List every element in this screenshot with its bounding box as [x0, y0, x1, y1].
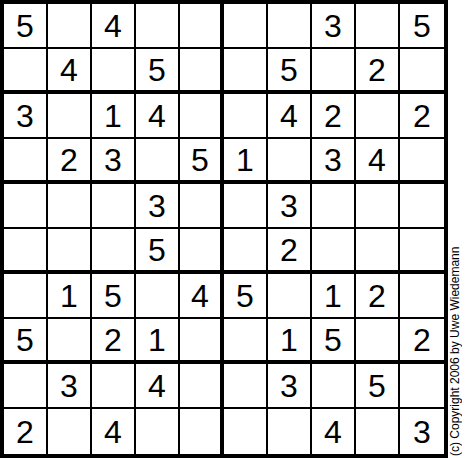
cell-r2c5[interactable]	[180, 49, 224, 94]
cell-r9c1[interactable]	[4, 364, 48, 409]
cell-r1c9[interactable]	[356, 4, 400, 49]
cell-r3c4: 4	[136, 94, 180, 139]
cell-r8c7: 1	[268, 319, 312, 364]
cell-r1c6[interactable]	[224, 4, 268, 49]
cell-r5c3[interactable]	[92, 184, 136, 229]
copyright-text: (c) Copyright 2006 by Uwe Wiedemann	[448, 0, 468, 458]
cell-r8c1: 5	[4, 319, 48, 364]
cell-r3c1: 3	[4, 94, 48, 139]
cell-r1c7[interactable]	[268, 4, 312, 49]
cell-r7c8: 1	[312, 274, 356, 319]
cell-r7c7[interactable]	[268, 274, 312, 319]
cell-r1c2[interactable]	[48, 4, 92, 49]
cell-r7c6: 5	[224, 274, 268, 319]
cell-r9c8[interactable]	[312, 364, 356, 409]
cell-r6c10[interactable]	[400, 229, 444, 274]
cell-r9c9: 5	[356, 364, 400, 409]
cell-r9c3[interactable]	[92, 364, 136, 409]
cell-r6c1[interactable]	[4, 229, 48, 274]
cell-r6c4: 5	[136, 229, 180, 274]
cell-r8c6[interactable]	[224, 319, 268, 364]
cell-r5c4: 3	[136, 184, 180, 229]
cell-r7c1[interactable]	[4, 274, 48, 319]
cell-r3c2[interactable]	[48, 94, 92, 139]
cell-r6c7: 2	[268, 229, 312, 274]
cell-r2c10[interactable]	[400, 49, 444, 94]
cell-r5c1[interactable]	[4, 184, 48, 229]
cell-r2c6[interactable]	[224, 49, 268, 94]
cell-r9c5[interactable]	[180, 364, 224, 409]
cell-r3c3: 1	[92, 94, 136, 139]
cell-r9c2: 3	[48, 364, 92, 409]
cell-r5c5[interactable]	[180, 184, 224, 229]
cell-r3c8: 2	[312, 94, 356, 139]
cell-r4c9: 4	[356, 139, 400, 184]
cell-r7c3: 5	[92, 274, 136, 319]
cell-r4c1[interactable]	[4, 139, 48, 184]
cell-r5c6[interactable]	[224, 184, 268, 229]
cell-r9c6[interactable]	[224, 364, 268, 409]
cell-r4c4[interactable]	[136, 139, 180, 184]
cell-r4c6: 1	[224, 139, 268, 184]
cell-r9c7: 3	[268, 364, 312, 409]
puzzle-page: 5435455231442223513433521545125211523435…	[0, 0, 468, 458]
cell-r4c2: 2	[48, 139, 92, 184]
cell-r8c2[interactable]	[48, 319, 92, 364]
cell-r4c7[interactable]	[268, 139, 312, 184]
cell-r6c6[interactable]	[224, 229, 268, 274]
cell-r2c4: 5	[136, 49, 180, 94]
cell-r8c4: 1	[136, 319, 180, 364]
cell-r5c10[interactable]	[400, 184, 444, 229]
cell-r2c8[interactable]	[312, 49, 356, 94]
cell-r9c4: 4	[136, 364, 180, 409]
cell-r6c8[interactable]	[312, 229, 356, 274]
cell-r2c3[interactable]	[92, 49, 136, 94]
copyright-strip: (c) Copyright 2006 by Uwe Wiedemann	[448, 0, 468, 458]
cell-r5c8[interactable]	[312, 184, 356, 229]
cell-r2c7: 5	[268, 49, 312, 94]
cell-r2c2: 4	[48, 49, 92, 94]
cell-r2c1[interactable]	[4, 49, 48, 94]
cell-r6c2[interactable]	[48, 229, 92, 274]
cell-r10c8: 4	[312, 409, 356, 454]
cell-r10c6[interactable]	[224, 409, 268, 454]
cell-r1c3: 4	[92, 4, 136, 49]
cell-r4c10[interactable]	[400, 139, 444, 184]
cell-r1c8: 3	[312, 4, 356, 49]
cell-r3c10: 2	[400, 94, 444, 139]
cell-r1c4[interactable]	[136, 4, 180, 49]
sudoku-board: 5435455231442223513433521545125211523435…	[0, 0, 448, 458]
cell-r9c10[interactable]	[400, 364, 444, 409]
cell-r8c10: 2	[400, 319, 444, 364]
cell-r4c5: 5	[180, 139, 224, 184]
cell-r5c2[interactable]	[48, 184, 92, 229]
cell-r2c9: 2	[356, 49, 400, 94]
cell-r5c9[interactable]	[356, 184, 400, 229]
cell-r3c6[interactable]	[224, 94, 268, 139]
cell-r1c1: 5	[4, 4, 48, 49]
cell-r1c5[interactable]	[180, 4, 224, 49]
cell-r8c8: 5	[312, 319, 356, 364]
cell-r10c5[interactable]	[180, 409, 224, 454]
cell-r7c10[interactable]	[400, 274, 444, 319]
cell-r10c3: 4	[92, 409, 136, 454]
cell-r6c5[interactable]	[180, 229, 224, 274]
cell-r10c1: 2	[4, 409, 48, 454]
cell-r10c7[interactable]	[268, 409, 312, 454]
cell-r1c10: 5	[400, 4, 444, 49]
cell-r8c9[interactable]	[356, 319, 400, 364]
cell-r7c2: 1	[48, 274, 92, 319]
cell-r8c3: 2	[92, 319, 136, 364]
cell-r6c3[interactable]	[92, 229, 136, 274]
cell-r7c4[interactable]	[136, 274, 180, 319]
cell-r4c3: 3	[92, 139, 136, 184]
cell-r10c4[interactable]	[136, 409, 180, 454]
cell-r7c9: 2	[356, 274, 400, 319]
cell-r4c8: 3	[312, 139, 356, 184]
cell-r6c9[interactable]	[356, 229, 400, 274]
cell-r10c10: 3	[400, 409, 444, 454]
cell-r3c5[interactable]	[180, 94, 224, 139]
cell-r3c9[interactable]	[356, 94, 400, 139]
cell-r5c7: 3	[268, 184, 312, 229]
cell-r10c9[interactable]	[356, 409, 400, 454]
cell-r8c5[interactable]	[180, 319, 224, 364]
cell-r3c7: 4	[268, 94, 312, 139]
cell-r7c5: 4	[180, 274, 224, 319]
cell-r10c2[interactable]	[48, 409, 92, 454]
